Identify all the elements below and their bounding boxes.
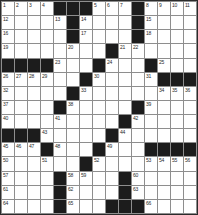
grid-cell-r11c3[interactable]: 47 [28,143,40,156]
clue-number: 1 [3,2,5,8]
grid-cell-r11c6[interactable] [67,143,79,156]
grid-cell-r2c9[interactable] [106,16,118,29]
grid-cell-r15c4[interactable] [41,200,53,213]
grid-cell-r12c4[interactable]: 51 [41,157,53,170]
clue-number: 3 [29,2,31,8]
grid-cell-r2c4[interactable] [41,16,53,29]
grid-cell-r15c14[interactable] [171,200,183,213]
grid-cell-r6c3[interactable]: 28 [28,73,40,86]
clue-number: 7 [120,2,122,8]
black-cell-r10c1 [2,129,14,142]
clue-number: 13 [55,16,60,22]
grid-cell-r7c10[interactable] [119,87,131,100]
grid-cell-r14c4[interactable] [41,186,53,199]
grid-cell-r13c9[interactable] [106,172,118,185]
black-cell-r5c1 [2,59,14,72]
grid-cell-r15c13[interactable] [158,200,170,213]
grid-cell-r4c3[interactable] [28,44,40,57]
black-cell-r6c14 [171,73,183,86]
black-cell-r6c13 [158,73,170,86]
clue-number: 2 [16,2,18,8]
grid-cell-r6c4[interactable]: 29 [41,73,53,86]
grid-cell-r14c9[interactable] [106,186,118,199]
grid-cell-r13c13[interactable] [158,172,170,185]
clue-number: 47 [29,143,34,149]
grid-cell-r11c9[interactable]: 49 [106,143,118,156]
grid-cell-r5c15[interactable] [184,59,196,72]
grid-cell-r3c12[interactable]: 18 [145,30,157,43]
grid-cell-r4c14[interactable] [171,44,183,57]
clue-number: 40 [3,115,8,121]
grid-cell-r6c5[interactable] [54,73,66,86]
black-cell-r11c8 [93,143,105,156]
grid-cell-r1c4[interactable]: 4 [41,2,53,15]
grid-cell-r12c12[interactable]: 53 [145,157,157,170]
black-cell-r10c9 [106,129,118,142]
grid-cell-r13c4[interactable] [41,172,53,185]
grid-cell-r13c8[interactable] [93,172,105,185]
grid-cell-r13c1[interactable]: 57 [2,172,14,185]
grid-cell-r1c2[interactable]: 2 [15,2,27,15]
grid-cell-r7c5[interactable] [54,87,66,100]
grid-cell-r11c2[interactable]: 46 [15,143,27,156]
grid-cell-r14c2[interactable] [15,186,27,199]
grid-cell-r13c14[interactable] [171,172,183,185]
grid-cell-r10c4[interactable]: 43 [41,129,53,142]
grid-cell-r13c6[interactable]: 58 [67,172,79,185]
black-cell-r11c15 [184,143,196,156]
grid-cell-r7c1[interactable]: 32 [2,87,14,100]
grid-cell-r4c6[interactable]: 20 [67,44,79,57]
clue-number: 15 [146,16,151,22]
grid-cell-r1c1[interactable]: 1 [2,2,14,15]
grid-cell-r6c11[interactable] [132,73,144,86]
clue-number: 35 [172,87,177,93]
grid-cell-r12c3[interactable] [28,157,40,170]
black-cell-r1c5 [54,2,66,15]
clue-number: 10 [172,2,177,8]
grid-cell-r15c6[interactable]: 65 [67,200,79,213]
clue-number: 64 [3,200,8,206]
grid-cell-r15c1[interactable]: 64 [2,200,14,213]
grid-cell-r14c14[interactable] [171,186,183,199]
grid-cell-r15c3[interactable] [28,200,40,213]
grid-cell-r10c14[interactable] [171,129,183,142]
clue-number: 66 [146,200,151,206]
grid-cell-r8c3[interactable] [28,101,40,114]
grid-cell-r2c7[interactable]: 14 [80,16,92,29]
grid-cell-r12c15[interactable]: 56 [184,157,196,170]
grid-cell-r9c4[interactable] [41,115,53,128]
grid-cell-r2c15[interactable] [184,16,196,29]
black-cell-r5c3 [28,59,40,72]
grid-cell-r8c13[interactable] [158,101,170,114]
grid-cell-r8c6[interactable]: 38 [67,101,79,114]
grid-cell-r12c13[interactable]: 54 [158,157,170,170]
black-cell-r12c7 [80,157,92,170]
grid-cell-r1c10[interactable]: 7 [119,2,131,15]
black-cell-r6c7 [80,73,92,86]
grid-cell-r12c5[interactable] [54,157,66,170]
grid-cell-r6c12[interactable]: 31 [145,73,157,86]
clue-number: 50 [3,157,8,163]
clue-number: 28 [29,73,34,79]
grid-cell-r10c8[interactable] [93,129,105,142]
grid-cell-r2c3[interactable] [28,16,40,29]
grid-cell-r10c6[interactable] [67,129,79,142]
grid-cell-r14c12[interactable] [145,186,157,199]
grid-cell-r9c7[interactable] [80,115,92,128]
grid-cell-r7c3[interactable] [28,87,40,100]
grid-cell-r15c2[interactable] [15,200,27,213]
black-cell-r1c11 [132,2,144,15]
clue-number: 43 [42,129,47,135]
grid-cell-r2c8[interactable] [93,16,105,29]
clue-number: 53 [146,157,151,163]
grid-cell-r6c8[interactable]: 30 [93,73,105,86]
clue-number: 18 [146,30,151,36]
grid-cell-r13c11[interactable]: 60 [132,172,144,185]
clue-number: 44 [120,129,125,135]
grid-cell-r11c7[interactable] [80,143,92,156]
grid-cell-r9c14[interactable] [171,115,183,128]
grid-cell-r8c10[interactable] [119,101,131,114]
grid-cell-r10c15[interactable] [184,129,196,142]
grid-cell-r7c4[interactable] [41,87,53,100]
black-cell-r5c2 [15,59,27,72]
grid-cell-r14c15[interactable] [184,186,196,199]
clue-number: 34 [159,87,164,93]
grid-cell-r9c2[interactable] [15,115,27,128]
grid-cell-r14c7[interactable] [80,186,92,199]
grid-cell-r8c4[interactable] [41,101,53,114]
black-cell-r15c9 [106,200,118,213]
grid-cell-r9c15[interactable] [184,115,196,128]
clue-number: 24 [107,59,112,65]
black-cell-r15c11 [132,200,144,213]
grid-cell-r3c8[interactable] [93,30,105,43]
black-cell-r5c8 [93,59,105,72]
grid-cell-r6c2[interactable]: 27 [15,73,27,86]
grid-cell-r8c9[interactable] [106,101,118,114]
clue-number: 23 [55,59,60,65]
clue-number: 6 [107,2,109,8]
grid-cell-r3c1[interactable]: 16 [2,30,14,43]
crossword-grid: 1234567891011121314151617181920212223242… [0,0,198,215]
clue-number: 31 [146,73,151,79]
black-cell-r11c4 [41,143,53,156]
black-cell-r6c15 [184,73,196,86]
grid-cell-r3c15[interactable] [184,30,196,43]
grid-cell-r1c12[interactable]: 8 [145,2,157,15]
grid-cell-r4c5[interactable] [54,44,66,57]
black-cell-r11c14 [171,143,183,156]
black-cell-r2c6 [67,16,79,29]
grid-cell-r4c4[interactable] [41,44,53,57]
clue-number: 65 [68,200,73,206]
clue-number: 41 [55,115,60,121]
clue-number: 14 [81,16,86,22]
grid-cell-r8c8[interactable] [93,101,105,114]
black-cell-r15c10 [119,200,131,213]
grid-cell-r14c13[interactable] [158,186,170,199]
clue-number: 54 [159,157,164,163]
black-cell-r8c5 [54,101,66,114]
grid-cell-r1c3[interactable]: 3 [28,2,40,15]
grid-cell-r13c2[interactable] [15,172,27,185]
grid-cell-r5c5[interactable]: 23 [54,59,66,72]
grid-cell-r14c6[interactable]: 62 [67,186,79,199]
grid-cell-r6c10[interactable] [119,73,131,86]
grid-cell-r9c11[interactable]: 42 [132,115,144,128]
clue-number: 63 [133,186,138,192]
grid-cell-r12c9[interactable] [106,157,118,170]
clue-number: 36 [185,87,190,93]
grid-cell-r8c12[interactable]: 39 [145,101,157,114]
grid-cell-r4c13[interactable] [158,44,170,57]
grid-cell-r7c11[interactable] [132,87,144,100]
grid-cell-r7c2[interactable] [15,87,27,100]
clue-number: 8 [146,2,148,8]
grid-cell-r12c6[interactable] [67,157,79,170]
black-cell-r9c10 [119,115,131,128]
grid-cell-r1c14[interactable]: 10 [171,2,183,15]
clue-number: 59 [81,172,86,178]
grid-cell-r6c1[interactable]: 26 [2,73,14,86]
grid-cell-r8c1[interactable]: 37 [2,101,14,114]
clue-number: 57 [3,172,8,178]
clue-number: 62 [68,186,73,192]
grid-cell-r4c7[interactable] [80,44,92,57]
grid-cell-r3c5[interactable] [54,30,66,43]
grid-cell-r7c8[interactable] [93,87,105,100]
grid-cell-r3c7[interactable]: 17 [80,30,92,43]
grid-cell-r15c12[interactable]: 66 [145,200,157,213]
black-cell-r1c6 [67,2,79,15]
grid-cell-r3c14[interactable] [171,30,183,43]
grid-cell-r12c14[interactable]: 55 [171,157,183,170]
grid-cell-r4c12[interactable] [145,44,157,57]
black-cell-r10c2 [15,129,27,142]
grid-cell-r2c2[interactable] [15,16,27,29]
clue-number: 25 [159,59,164,65]
grid-cell-r8c2[interactable] [15,101,27,114]
clue-number: 22 [133,44,138,50]
clue-number: 56 [185,157,190,163]
grid-cell-r6c9[interactable] [106,73,118,86]
grid-cell-r12c10[interactable] [119,157,131,170]
grid-cell-r15c8[interactable] [93,200,105,213]
grid-cell-r5c7[interactable] [80,59,92,72]
clue-number: 58 [68,172,73,178]
grid-cell-r2c12[interactable]: 15 [145,16,157,29]
grid-cell-r12c8[interactable]: 52 [93,157,105,170]
grid-cell-r14c8[interactable] [93,186,105,199]
grid-cell-r14c3[interactable] [28,186,40,199]
grid-cell-r7c15[interactable]: 36 [184,87,196,100]
black-cell-r11c12 [145,143,157,156]
clue-number: 11 [185,2,190,8]
grid-cell-r7c7[interactable]: 33 [80,87,92,100]
grid-cell-r1c8[interactable]: 5 [93,2,105,15]
grid-cell-r10c13[interactable] [158,129,170,142]
grid-cell-r11c1[interactable]: 45 [2,143,14,156]
clue-number: 38 [68,101,73,107]
grid-cell-r4c1[interactable]: 19 [2,44,14,57]
grid-cell-r9c1[interactable]: 40 [2,115,14,128]
grid-cell-r13c15[interactable] [184,172,196,185]
black-cell-r14c5 [54,186,66,199]
grid-cell-r3c3[interactable] [28,30,40,43]
clue-number: 49 [107,143,112,149]
grid-cell-r10c12[interactable] [145,129,157,142]
clue-number: 29 [42,73,47,79]
black-cell-r5c12 [145,59,157,72]
grid-cell-r13c3[interactable] [28,172,40,185]
grid-cell-r5c6[interactable] [67,59,79,72]
grid-cell-r10c7[interactable] [80,129,92,142]
grid-cell-r13c7[interactable]: 59 [80,172,92,185]
clue-number: 39 [146,101,151,107]
black-cell-r1c7 [80,2,92,15]
grid-cell-r3c10[interactable] [119,30,131,43]
grid-cell-r10c11[interactable] [132,129,144,142]
clue-number: 27 [16,73,21,79]
grid-cell-r3c2[interactable] [15,30,27,43]
grid-cell-r9c13[interactable] [158,115,170,128]
grid-cell-r12c2[interactable] [15,157,27,170]
grid-cell-r7c12[interactable] [145,87,157,100]
clue-number: 32 [3,87,8,93]
clue-number: 37 [3,101,8,107]
grid-cell-r2c10[interactable] [119,16,131,29]
black-cell-r3c6 [67,30,79,43]
grid-cell-r1c9[interactable]: 6 [106,2,118,15]
black-cell-r15c5 [54,200,66,213]
grid-cell-r8c15[interactable] [184,101,196,114]
black-cell-r13c5 [54,172,66,185]
clue-number: 5 [94,2,96,8]
clue-number: 16 [3,30,8,36]
grid-cell-r2c13[interactable] [158,16,170,29]
grid-cell-r14c11[interactable]: 63 [132,186,144,199]
grid-cell-r9c3[interactable] [28,115,40,128]
black-cell-r2c11 [132,16,144,29]
grid-cell-r9c12[interactable] [145,115,157,128]
grid-cell-r8c14[interactable] [171,101,183,114]
clue-number: 48 [55,143,60,149]
grid-cell-r5c14[interactable] [171,59,183,72]
grid-cell-r7c9[interactable] [106,87,118,100]
clue-number: 12 [3,16,8,22]
grid-cell-r4c11[interactable]: 22 [132,44,144,57]
grid-cell-r15c15[interactable] [184,200,196,213]
grid-cell-r11c10[interactable] [119,143,131,156]
black-cell-r10c3 [28,129,40,142]
clue-number: 55 [172,157,177,163]
grid-cell-r14c1[interactable]: 61 [2,186,14,199]
grid-cell-r8c7[interactable] [80,101,92,114]
clue-number: 21 [120,44,125,50]
grid-cell-r5c13[interactable]: 25 [158,59,170,72]
grid-cell-r7c14[interactable]: 35 [171,87,183,100]
grid-cell-r4c15[interactable] [184,44,196,57]
clue-number: 51 [42,157,47,163]
grid-cell-r12c1[interactable]: 50 [2,157,14,170]
grid-cell-r4c2[interactable] [15,44,27,57]
grid-cell-r4c8[interactable] [93,44,105,57]
grid-cell-r10c10[interactable]: 44 [119,129,131,142]
clue-number: 33 [81,87,86,93]
grid-cell-r4c10[interactable]: 21 [119,44,131,57]
clue-number: 20 [68,44,73,50]
black-cell-r3c11 [132,30,144,43]
grid-cell-r9c9[interactable] [106,115,118,128]
black-cell-r13c10 [119,172,131,185]
grid-cell-r3c13[interactable] [158,30,170,43]
grid-cell-r3c9[interactable] [106,30,118,43]
grid-cell-r15c7[interactable] [80,200,92,213]
clue-number: 19 [3,44,8,50]
grid-cell-r6c6[interactable] [67,73,79,86]
clue-number: 4 [42,2,44,8]
grid-cell-r9c5[interactable]: 41 [54,115,66,128]
black-cell-r4c9 [106,44,118,57]
grid-cell-r10c5[interactable] [54,129,66,142]
grid-cell-r3c4[interactable] [41,30,53,43]
grid-cell-r1c13[interactable]: 9 [158,2,170,15]
grid-cell-r2c1[interactable]: 12 [2,16,14,29]
grid-cell-r2c5[interactable]: 13 [54,16,66,29]
clue-number: 30 [94,73,99,79]
clue-number: 52 [94,157,99,163]
grid-cell-r7c13[interactable]: 34 [158,87,170,100]
grid-cell-r5c10[interactable] [119,59,131,72]
grid-cell-r9c6[interactable] [67,115,79,128]
clue-number: 42 [133,115,138,121]
clue-number: 9 [159,2,161,8]
grid-cell-r9c8[interactable] [93,115,105,128]
grid-cell-r11c11[interactable] [132,143,144,156]
clue-number: 45 [3,143,8,149]
clue-number: 26 [3,73,8,79]
black-cell-r8c11 [132,101,144,114]
grid-cell-r1c15[interactable]: 11 [184,2,196,15]
grid-cell-r11c5[interactable]: 48 [54,143,66,156]
grid-cell-r5c11[interactable] [132,59,144,72]
grid-cell-r12c11[interactable] [132,157,144,170]
clue-number: 60 [133,172,138,178]
grid-cell-r5c9[interactable]: 24 [106,59,118,72]
grid-cell-r13c12[interactable] [145,172,157,185]
black-cell-r7c6 [67,87,79,100]
black-cell-r11c13 [158,143,170,156]
black-cell-r5c4 [41,59,53,72]
black-cell-r14c10 [119,186,131,199]
clue-number: 17 [81,30,86,36]
clue-number: 61 [3,186,8,192]
grid-cell-r2c14[interactable] [171,16,183,29]
clue-number: 46 [16,143,21,149]
